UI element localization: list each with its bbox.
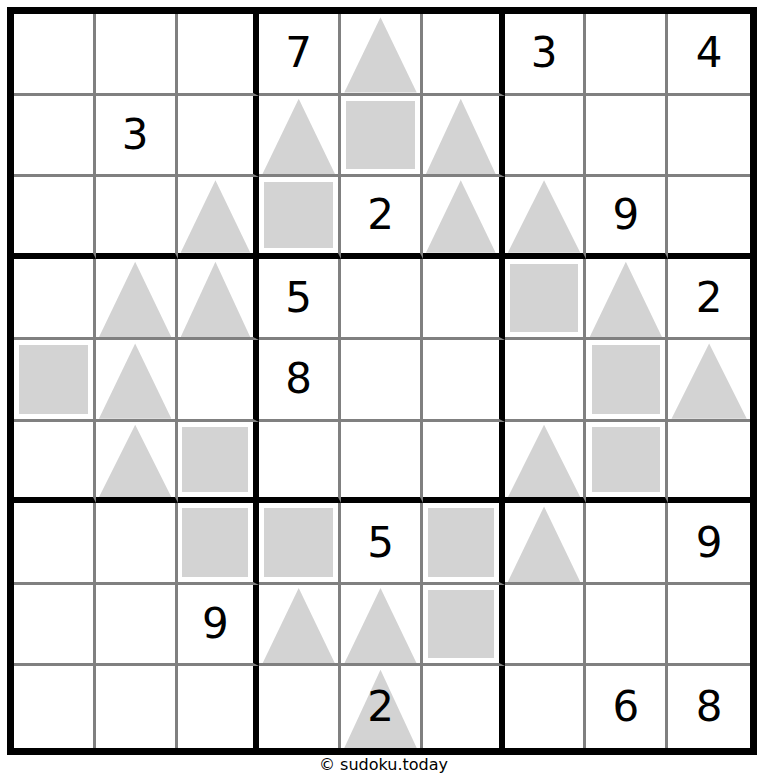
cell-r4c4[interactable]: 5 [259,259,341,341]
cell-r4c3[interactable] [178,259,260,341]
cell-r5c3[interactable] [178,340,260,422]
cell-r1c5[interactable] [341,14,423,96]
cell-r7c9[interactable]: 9 [668,503,750,585]
cell-r8c4[interactable] [259,585,341,667]
cell-r8c6[interactable] [423,585,505,667]
triangle-marker [181,180,251,253]
given-digit: 9 [612,194,639,236]
cell-r8c2[interactable] [96,585,178,667]
cell-r1c3[interactable] [178,14,260,96]
given-digit: 5 [367,522,394,564]
cell-r5c6[interactable] [423,340,505,422]
square-marker [264,182,333,248]
cell-r3c1[interactable] [14,177,96,259]
cell-r3c2[interactable] [96,177,178,259]
cell-r4c5[interactable] [341,259,423,341]
square-marker [592,345,661,413]
cell-r6c4[interactable] [259,422,341,504]
cell-r1c6[interactable] [423,14,505,96]
cell-r4c8[interactable] [586,259,668,341]
cell-r7c4[interactable] [259,503,341,585]
cell-r1c8[interactable] [586,14,668,96]
given-digit: 9 [696,522,723,564]
triangle-marker [426,99,496,174]
cell-r8c5[interactable] [341,585,423,667]
given-digit: 2 [367,194,394,236]
cell-r9c6[interactable] [423,666,505,748]
given-digit: 8 [285,358,312,400]
cell-r5c9[interactable] [668,340,750,422]
cell-r2c9[interactable] [668,96,750,178]
cell-r1c9[interactable]: 4 [668,14,750,96]
sudoku-board: 734329528599268 [7,7,757,755]
cell-r8c1[interactable] [14,585,96,667]
given-digit: 7 [285,32,312,74]
cell-r5c8[interactable] [586,340,668,422]
cell-r3c8[interactable]: 9 [586,177,668,259]
cell-r8c7[interactable] [505,585,587,667]
cell-r9c2[interactable] [96,666,178,748]
cell-r2c8[interactable] [586,96,668,178]
cell-r1c7[interactable]: 3 [505,14,587,96]
triangle-marker [426,180,496,253]
cell-r3c4[interactable] [259,177,341,259]
cell-r7c6[interactable] [423,503,505,585]
given-digit: 8 [696,686,723,728]
cell-r9c1[interactable] [14,666,96,748]
cell-r3c5[interactable]: 2 [341,177,423,259]
cell-r7c1[interactable] [14,503,96,585]
square-marker [592,427,661,493]
given-digit: 2 [696,277,723,319]
triangle-marker [344,588,416,663]
cell-r6c7[interactable] [505,422,587,504]
triangle-marker [590,262,663,337]
square-marker [428,590,494,658]
triangle-marker [181,262,251,337]
cell-r5c1[interactable] [14,340,96,422]
cell-r2c2[interactable]: 3 [96,96,178,178]
cell-r9c9[interactable]: 8 [668,666,750,748]
triangle-marker [508,506,581,581]
given-digit: 3 [531,32,558,74]
credit-text: © sudoku.today [0,754,767,776]
triangle-marker [671,343,746,418]
cell-r3c3[interactable] [178,177,260,259]
cell-r2c7[interactable] [505,96,587,178]
cell-r5c2[interactable] [96,340,178,422]
cell-r5c5[interactable] [341,340,423,422]
cell-r8c8[interactable] [586,585,668,667]
cell-r9c8[interactable]: 6 [586,666,668,748]
square-marker [510,264,579,332]
cell-r6c6[interactable] [423,422,505,504]
given-digit: 5 [285,277,312,319]
cell-r6c8[interactable] [586,422,668,504]
cell-r4c2[interactable] [96,259,178,341]
cell-r6c3[interactable] [178,422,260,504]
cell-r9c3[interactable] [178,666,260,748]
cell-r7c5[interactable]: 5 [341,503,423,585]
cell-r2c6[interactable] [423,96,505,178]
triangle-marker [262,99,335,174]
triangle-marker [99,343,172,418]
given-digit: 3 [122,114,149,156]
cell-r4c7[interactable] [505,259,587,341]
cell-r9c7[interactable] [505,666,587,748]
cell-r5c7[interactable] [505,340,587,422]
cell-r3c7[interactable] [505,177,587,259]
cell-r6c2[interactable] [96,422,178,504]
cell-r5c4[interactable]: 8 [259,340,341,422]
triangle-marker [344,17,416,92]
cell-r7c3[interactable] [178,503,260,585]
cell-r9c5[interactable]: 2 [341,666,423,748]
cell-r3c6[interactable] [423,177,505,259]
square-marker [182,508,248,576]
cell-r1c4[interactable]: 7 [259,14,341,96]
cell-r4c9[interactable]: 2 [668,259,750,341]
cell-r6c1[interactable] [14,422,96,504]
cell-r3c9[interactable] [668,177,750,259]
cell-r8c3[interactable]: 9 [178,585,260,667]
square-marker [19,345,88,413]
cell-r2c5[interactable] [341,96,423,178]
cell-r4c6[interactable] [423,259,505,341]
given-digit: 2 [367,686,394,728]
given-digit: 4 [696,32,723,74]
triangle-marker [99,262,172,337]
square-marker [182,427,248,493]
cell-r2c3[interactable] [178,96,260,178]
cell-r2c1[interactable] [14,96,96,178]
triangle-marker [508,180,581,253]
cell-r1c2[interactable] [96,14,178,96]
given-digit: 6 [612,686,639,728]
cell-r7c7[interactable] [505,503,587,585]
cell-r7c8[interactable] [586,503,668,585]
square-marker [346,101,415,169]
triangle-marker [99,425,172,498]
cell-r7c2[interactable] [96,503,178,585]
given-digit: 9 [202,603,229,645]
cell-r1c1[interactable] [14,14,96,96]
cell-r9c4[interactable] [259,666,341,748]
cell-r6c9[interactable] [668,422,750,504]
triangle-marker [508,425,581,498]
triangle-marker [262,588,335,663]
cell-r6c5[interactable] [341,422,423,504]
square-marker [428,508,494,576]
square-marker [264,508,333,576]
cell-r2c4[interactable] [259,96,341,178]
cell-r8c9[interactable] [668,585,750,667]
cell-r4c1[interactable] [14,259,96,341]
